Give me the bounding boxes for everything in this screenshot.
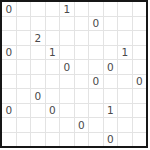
cell-r8c3[interactable] xyxy=(31,104,45,118)
cell-r9c2[interactable] xyxy=(17,118,31,132)
cell-r4c5[interactable] xyxy=(60,46,74,60)
cell-r10c8-clue: 0 xyxy=(104,133,118,147)
cell-r1c9[interactable] xyxy=(118,2,132,16)
cell-r3c7[interactable] xyxy=(89,31,103,45)
cell-r1c8[interactable] xyxy=(104,2,118,16)
cell-r8c8-clue: 1 xyxy=(104,104,118,118)
cell-r8c10[interactable] xyxy=(133,104,147,118)
puzzle-board: 01020110000000100 xyxy=(0,0,148,148)
cell-r4c4-clue: 1 xyxy=(46,46,60,60)
cell-r3c2[interactable] xyxy=(17,31,31,45)
cell-r5c8-clue: 0 xyxy=(104,60,118,74)
cell-r9c1[interactable] xyxy=(2,118,16,132)
cell-r2c7-clue: 0 xyxy=(89,17,103,31)
cell-r9c5[interactable] xyxy=(60,118,74,132)
cell-r5c5-clue: 0 xyxy=(60,60,74,74)
cell-r6c6[interactable] xyxy=(75,75,89,89)
cell-r3c9[interactable] xyxy=(118,31,132,45)
cell-r10c10[interactable] xyxy=(133,133,147,147)
cell-r6c5[interactable] xyxy=(60,75,74,89)
cell-r7c8[interactable] xyxy=(104,89,118,103)
cell-r6c8[interactable] xyxy=(104,75,118,89)
cell-r2c3[interactable] xyxy=(31,17,45,31)
cell-r1c10[interactable] xyxy=(133,2,147,16)
cell-r10c4[interactable] xyxy=(46,133,60,147)
cell-r9c10[interactable] xyxy=(133,118,147,132)
cell-r7c10[interactable] xyxy=(133,89,147,103)
cell-r10c5[interactable] xyxy=(60,133,74,147)
cell-r4c9-clue: 1 xyxy=(118,46,132,60)
cell-r4c7[interactable] xyxy=(89,46,103,60)
cell-r7c6[interactable] xyxy=(75,89,89,103)
cell-r9c9[interactable] xyxy=(118,118,132,132)
cell-r7c2[interactable] xyxy=(17,89,31,103)
cell-r6c4[interactable] xyxy=(46,75,60,89)
cell-r4c10[interactable] xyxy=(133,46,147,60)
cell-r6c7-clue: 0 xyxy=(89,75,103,89)
cell-r1c2[interactable] xyxy=(17,2,31,16)
cell-r5c6[interactable] xyxy=(75,60,89,74)
cell-r6c3[interactable] xyxy=(31,75,45,89)
cell-r4c1-clue: 0 xyxy=(2,46,16,60)
cell-r2c1[interactable] xyxy=(2,17,16,31)
cell-r10c6[interactable] xyxy=(75,133,89,147)
cell-r10c3[interactable] xyxy=(31,133,45,147)
cell-r1c7[interactable] xyxy=(89,2,103,16)
cell-r5c10[interactable] xyxy=(133,60,147,74)
cell-r8c5[interactable] xyxy=(60,104,74,118)
cell-r2c5[interactable] xyxy=(60,17,74,31)
cell-r9c4[interactable] xyxy=(46,118,60,132)
cell-r9c8[interactable] xyxy=(104,118,118,132)
cell-r5c9[interactable] xyxy=(118,60,132,74)
cell-r2c6[interactable] xyxy=(75,17,89,31)
cell-r8c4-clue: 0 xyxy=(46,104,60,118)
cell-r6c1[interactable] xyxy=(2,75,16,89)
cell-r3c5[interactable] xyxy=(60,31,74,45)
cell-r10c2[interactable] xyxy=(17,133,31,147)
cell-r2c8[interactable] xyxy=(104,17,118,31)
cell-r10c9[interactable] xyxy=(118,133,132,147)
cell-r1c4[interactable] xyxy=(46,2,60,16)
cell-r4c2[interactable] xyxy=(17,46,31,60)
cell-r4c3[interactable] xyxy=(31,46,45,60)
cell-r7c7[interactable] xyxy=(89,89,103,103)
cell-r1c5-clue: 1 xyxy=(60,2,74,16)
cell-r7c1[interactable] xyxy=(2,89,16,103)
cell-r8c2[interactable] xyxy=(17,104,31,118)
cell-r8c6[interactable] xyxy=(75,104,89,118)
cell-r6c2[interactable] xyxy=(17,75,31,89)
cell-r7c9[interactable] xyxy=(118,89,132,103)
cell-r8c9[interactable] xyxy=(118,104,132,118)
cell-r1c1-clue: 0 xyxy=(2,2,16,16)
cell-r9c7[interactable] xyxy=(89,118,103,132)
cell-r7c4[interactable] xyxy=(46,89,60,103)
cell-r5c3[interactable] xyxy=(31,60,45,74)
cell-r3c3-clue: 2 xyxy=(31,31,45,45)
cell-r5c1[interactable] xyxy=(2,60,16,74)
cell-r3c8[interactable] xyxy=(104,31,118,45)
cell-r6c9[interactable] xyxy=(118,75,132,89)
cell-r7c3-clue: 0 xyxy=(31,89,45,103)
cell-r3c6[interactable] xyxy=(75,31,89,45)
cell-r5c2[interactable] xyxy=(17,60,31,74)
cell-r4c8[interactable] xyxy=(104,46,118,60)
cell-r10c1[interactable] xyxy=(2,133,16,147)
cell-r10c7[interactable] xyxy=(89,133,103,147)
cell-r3c4[interactable] xyxy=(46,31,60,45)
cell-r7c5[interactable] xyxy=(60,89,74,103)
cell-r5c7[interactable] xyxy=(89,60,103,74)
cell-r1c3[interactable] xyxy=(31,2,45,16)
cell-r9c6-clue: 0 xyxy=(75,118,89,132)
cell-r5c4[interactable] xyxy=(46,60,60,74)
cell-r3c10[interactable] xyxy=(133,31,147,45)
cell-r6c10-clue: 0 xyxy=(133,75,147,89)
cell-r3c1[interactable] xyxy=(2,31,16,45)
cell-r8c7[interactable] xyxy=(89,104,103,118)
cell-r1c6[interactable] xyxy=(75,2,89,16)
cell-r2c2[interactable] xyxy=(17,17,31,31)
cell-r9c3[interactable] xyxy=(31,118,45,132)
cell-r8c1-clue: 0 xyxy=(2,104,16,118)
cell-r2c4[interactable] xyxy=(46,17,60,31)
cell-r2c10[interactable] xyxy=(133,17,147,31)
cell-r2c9[interactable] xyxy=(118,17,132,31)
cell-r4c6[interactable] xyxy=(75,46,89,60)
